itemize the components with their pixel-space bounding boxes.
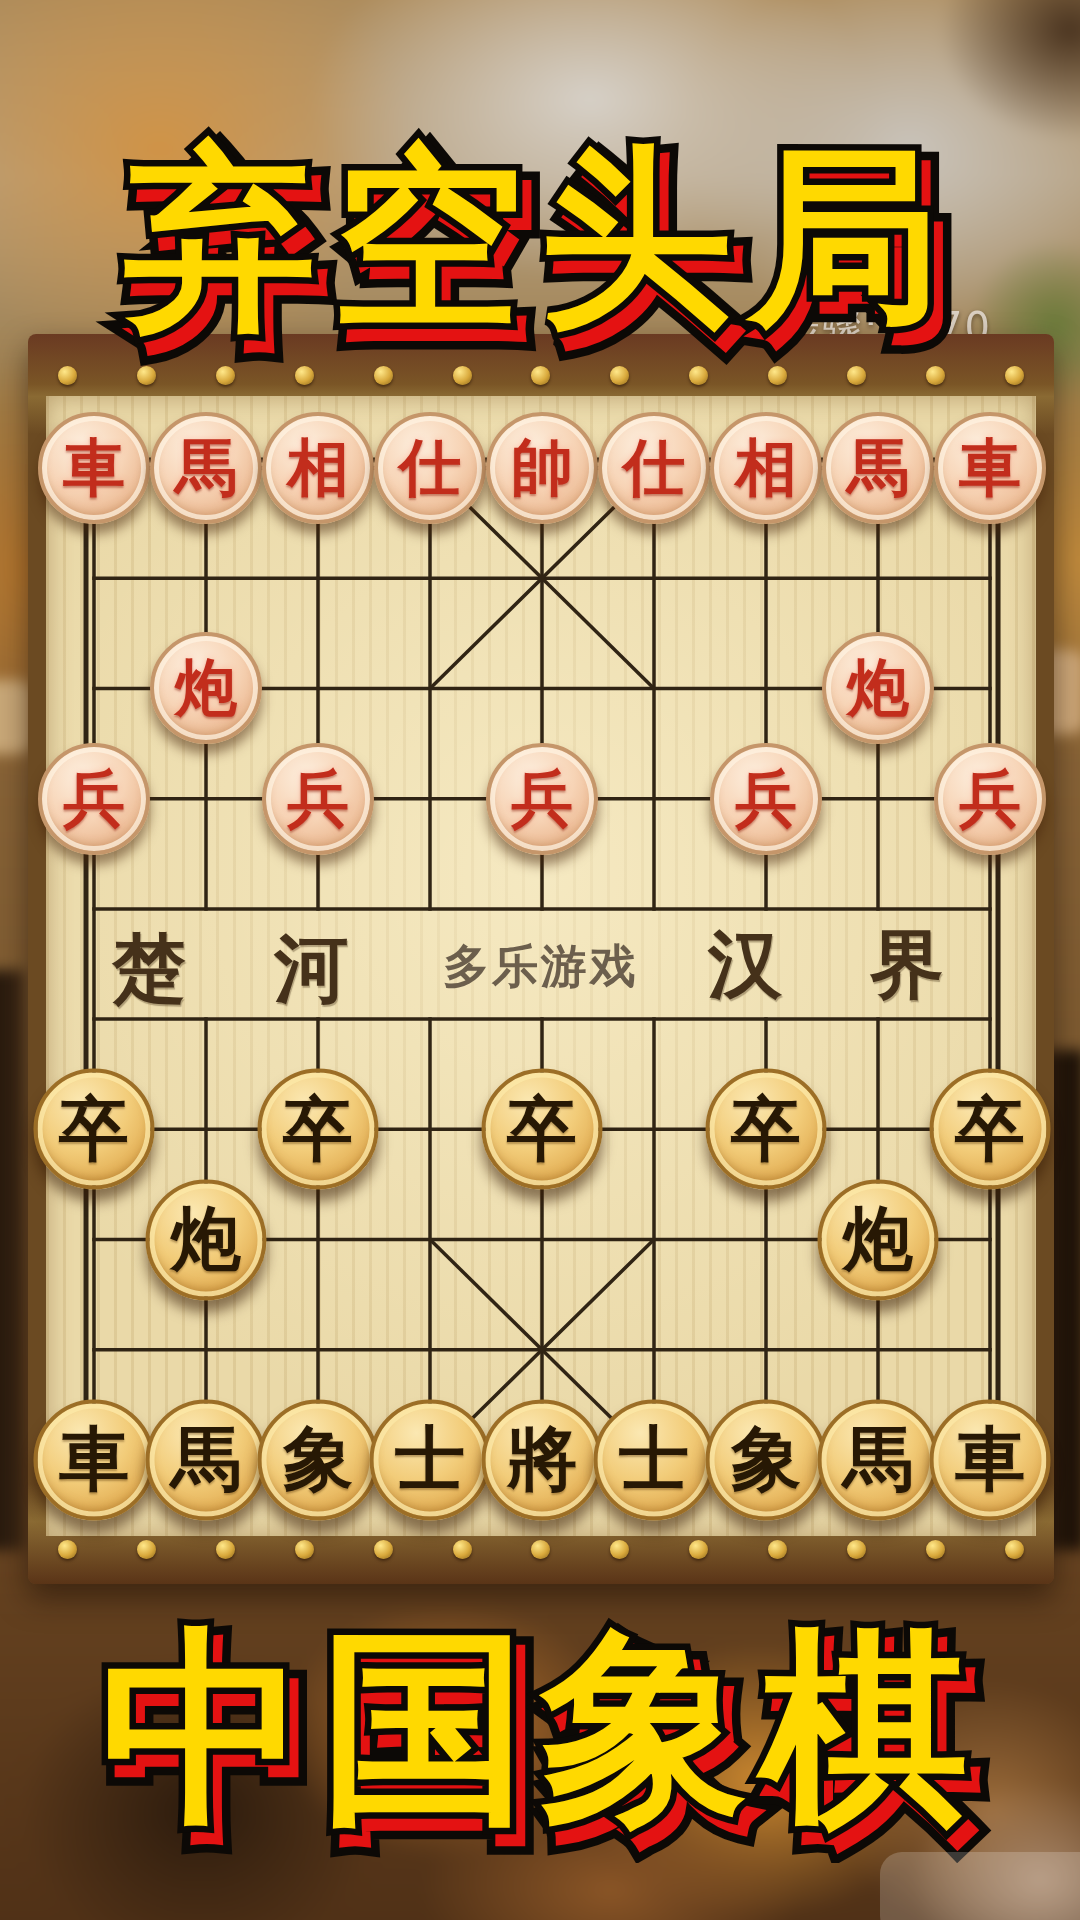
gold-stud xyxy=(768,1540,787,1559)
piece-character: 卒 xyxy=(59,1082,129,1176)
piece-character: 卒 xyxy=(283,1082,353,1176)
page-title-bottom: 中国象棋 中国象棋 中国象棋 xyxy=(0,1608,1080,1848)
piece-red-general[interactable]: 帥 xyxy=(486,412,598,524)
gold-stud xyxy=(216,366,235,385)
piece-black-elephant[interactable]: 象 xyxy=(706,1399,827,1520)
gold-stud xyxy=(374,1540,393,1559)
piece-red-soldier[interactable]: 兵 xyxy=(262,743,374,855)
piece-character: 兵 xyxy=(511,757,573,841)
gold-stud xyxy=(847,1540,866,1559)
piece-black-cannon[interactable]: 炮 xyxy=(818,1179,939,1300)
piece-red-chariot[interactable]: 車 xyxy=(38,412,150,524)
piece-character: 炮 xyxy=(847,646,909,730)
piece-black-horse[interactable]: 馬 xyxy=(146,1399,267,1520)
gold-stud xyxy=(847,366,866,385)
xiangqi-board[interactable]: 楚河 汉界 多乐游戏 xyxy=(46,396,1036,1536)
piece-character: 炮 xyxy=(175,646,237,730)
piece-black-soldier[interactable]: 卒 xyxy=(930,1069,1051,1190)
piece-black-chariot[interactable]: 車 xyxy=(34,1399,155,1520)
title-bottom-main-layer: 中国象棋 xyxy=(0,1608,1080,1848)
piece-character: 士 xyxy=(395,1413,465,1507)
piece-character: 馬 xyxy=(175,426,237,510)
screenshot: 步骤: 0/70 楚河 汉界 多乐游戏 車馬相仕帥仕相馬車炮炮兵兵兵兵兵卒卒卒卒… xyxy=(0,0,1080,1920)
gold-stud xyxy=(926,366,945,385)
gold-stud xyxy=(453,366,472,385)
gold-stud xyxy=(137,366,156,385)
gold-stud xyxy=(926,1540,945,1559)
gold-stud xyxy=(374,366,393,385)
piece-red-advisor[interactable]: 仕 xyxy=(374,412,486,524)
title-top-main-layer: 弃空头局 xyxy=(0,128,1080,348)
corner-watermark-plate xyxy=(880,1852,1080,1920)
piece-black-cannon[interactable]: 炮 xyxy=(146,1179,267,1300)
piece-black-soldier[interactable]: 卒 xyxy=(482,1069,603,1190)
piece-character: 馬 xyxy=(843,1413,913,1507)
gold-stud xyxy=(1005,1540,1024,1559)
stud-row-top xyxy=(58,364,1024,386)
stud-row-bottom xyxy=(58,1538,1024,1560)
piece-black-advisor[interactable]: 士 xyxy=(594,1399,715,1520)
piece-red-horse[interactable]: 馬 xyxy=(150,412,262,524)
piece-black-chariot[interactable]: 車 xyxy=(930,1399,1051,1520)
gold-stud xyxy=(216,1540,235,1559)
piece-black-horse[interactable]: 馬 xyxy=(818,1399,939,1520)
piece-red-soldier[interactable]: 兵 xyxy=(38,743,150,855)
piece-red-soldier[interactable]: 兵 xyxy=(934,743,1046,855)
gold-stud xyxy=(295,1540,314,1559)
piece-red-chariot[interactable]: 車 xyxy=(934,412,1046,524)
piece-character: 馬 xyxy=(847,426,909,510)
piece-black-soldier[interactable]: 卒 xyxy=(258,1069,379,1190)
piece-character: 兵 xyxy=(959,757,1021,841)
gold-stud xyxy=(689,1540,708,1559)
piece-character: 象 xyxy=(283,1413,353,1507)
piece-character: 卒 xyxy=(955,1082,1025,1176)
railing-post-left xyxy=(0,970,24,1550)
piece-red-soldier[interactable]: 兵 xyxy=(710,743,822,855)
piece-character: 馬 xyxy=(171,1413,241,1507)
piece-red-cannon[interactable]: 炮 xyxy=(822,632,934,744)
gold-stud xyxy=(610,1540,629,1559)
piece-character: 相 xyxy=(735,426,797,510)
piece-character: 相 xyxy=(287,426,349,510)
piece-black-elephant[interactable]: 象 xyxy=(258,1399,379,1520)
piece-black-soldier[interactable]: 卒 xyxy=(706,1069,827,1190)
piece-character: 象 xyxy=(731,1413,801,1507)
gold-stud xyxy=(531,1540,550,1559)
page-title-top: 弃空头局 弃空头局 弃空头局 xyxy=(0,128,1080,348)
piece-character: 兵 xyxy=(735,757,797,841)
piece-character: 卒 xyxy=(731,1082,801,1176)
piece-character: 兵 xyxy=(63,757,125,841)
gold-stud xyxy=(58,1540,77,1559)
piece-red-elephant[interactable]: 相 xyxy=(262,412,374,524)
piece-black-advisor[interactable]: 士 xyxy=(370,1399,491,1520)
gold-stud xyxy=(768,366,787,385)
gold-stud xyxy=(1005,366,1024,385)
gold-stud xyxy=(137,1540,156,1559)
piece-character: 卒 xyxy=(507,1082,577,1176)
gold-stud xyxy=(610,366,629,385)
piece-character: 車 xyxy=(955,1413,1025,1507)
piece-character: 士 xyxy=(619,1413,689,1507)
gold-stud xyxy=(58,366,77,385)
piece-character: 將 xyxy=(507,1413,577,1507)
gold-stud xyxy=(453,1540,472,1559)
piece-black-soldier[interactable]: 卒 xyxy=(34,1069,155,1190)
piece-character: 炮 xyxy=(171,1193,241,1287)
piece-red-elephant[interactable]: 相 xyxy=(710,412,822,524)
piece-red-cannon[interactable]: 炮 xyxy=(150,632,262,744)
piece-red-soldier[interactable]: 兵 xyxy=(486,743,598,855)
piece-character: 仕 xyxy=(623,426,685,510)
piece-character: 仕 xyxy=(399,426,461,510)
piece-red-advisor[interactable]: 仕 xyxy=(598,412,710,524)
gold-stud xyxy=(531,366,550,385)
piece-character: 兵 xyxy=(287,757,349,841)
app-watermark: 多乐游戏 xyxy=(46,936,1036,998)
piece-character: 車 xyxy=(59,1413,129,1507)
piece-character: 炮 xyxy=(843,1193,913,1287)
piece-red-horse[interactable]: 馬 xyxy=(822,412,934,524)
piece-black-general[interactable]: 將 xyxy=(482,1399,603,1520)
piece-character: 車 xyxy=(63,426,125,510)
gold-stud xyxy=(689,366,708,385)
gold-stud xyxy=(295,366,314,385)
piece-character: 車 xyxy=(959,426,1021,510)
piece-character: 帥 xyxy=(511,426,573,510)
